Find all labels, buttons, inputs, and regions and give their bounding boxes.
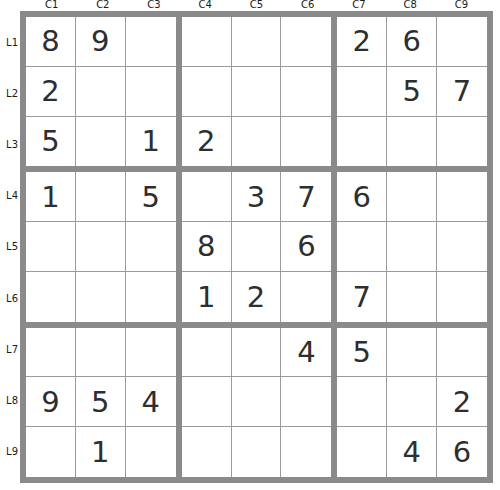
cell-L2C8[interactable]: 5 — [387, 67, 437, 117]
cell-L4C1[interactable]: 1 — [26, 172, 76, 222]
cell-L1C2[interactable]: 9 — [76, 17, 126, 67]
cell-L9C9[interactable]: 6 — [437, 427, 487, 477]
row-label-L6: L6 — [0, 273, 20, 324]
sudoku-board: 89251226571537861267954145246 — [20, 11, 493, 483]
cell-L6C3[interactable] — [126, 272, 176, 322]
cell-L7C5[interactable] — [232, 328, 282, 378]
cell-L8C6[interactable] — [281, 377, 331, 427]
cell-L3C1[interactable]: 5 — [26, 117, 76, 167]
sudoku-screen: C1C2C3C4C5C6C7C8C9 L1L2L3L4L5L6L7L8L9 89… — [0, 0, 500, 490]
cell-L2C6[interactable] — [281, 67, 331, 117]
cell-L8C7[interactable] — [337, 377, 387, 427]
cell-L5C9[interactable] — [437, 222, 487, 272]
col-label-C2: C2 — [77, 0, 128, 11]
cell-L4C8[interactable] — [387, 172, 437, 222]
cell-L3C3[interactable]: 1 — [126, 117, 176, 167]
cell-L2C1[interactable]: 2 — [26, 67, 76, 117]
cell-L6C6[interactable] — [281, 272, 331, 322]
cell-L7C3[interactable] — [126, 328, 176, 378]
cell-L6C5[interactable]: 2 — [232, 272, 282, 322]
cell-L7C1[interactable] — [26, 328, 76, 378]
row-label-L9: L9 — [0, 426, 20, 477]
cell-L9C3[interactable] — [126, 427, 176, 477]
cell-L6C2[interactable] — [76, 272, 126, 322]
col-label-C5: C5 — [231, 0, 282, 11]
cell-L5C5[interactable] — [232, 222, 282, 272]
cell-L7C8[interactable] — [387, 328, 437, 378]
cell-L9C8[interactable]: 4 — [387, 427, 437, 477]
cell-L4C4[interactable] — [182, 172, 232, 222]
row-label-L8: L8 — [0, 375, 20, 426]
cell-L3C5[interactable] — [232, 117, 282, 167]
cell-L8C8[interactable] — [387, 377, 437, 427]
cell-L6C8[interactable] — [387, 272, 437, 322]
cell-L7C4[interactable] — [182, 328, 232, 378]
cell-L6C7[interactable]: 7 — [337, 272, 387, 322]
cell-L4C9[interactable] — [437, 172, 487, 222]
cell-L7C7[interactable]: 5 — [337, 328, 387, 378]
cell-L5C3[interactable] — [126, 222, 176, 272]
cell-L9C7[interactable] — [337, 427, 387, 477]
cell-L1C8[interactable]: 6 — [387, 17, 437, 67]
cell-L6C9[interactable] — [437, 272, 487, 322]
cell-L2C2[interactable] — [76, 67, 126, 117]
cell-L1C6[interactable] — [281, 17, 331, 67]
row-labels: L1L2L3L4L5L6L7L8L9 — [0, 11, 20, 483]
cell-L2C9[interactable]: 7 — [437, 67, 487, 117]
cell-L5C6[interactable]: 6 — [281, 222, 331, 272]
row-label-L5: L5 — [0, 221, 20, 272]
box-8: 4 — [179, 325, 335, 480]
cell-L4C7[interactable]: 6 — [337, 172, 387, 222]
cell-L1C9[interactable] — [437, 17, 487, 67]
box-4: 15 — [23, 169, 179, 324]
box-9: 5246 — [334, 325, 490, 480]
cell-L1C4[interactable] — [182, 17, 232, 67]
cell-L4C3[interactable]: 5 — [126, 172, 176, 222]
cell-L5C2[interactable] — [76, 222, 126, 272]
col-label-C1: C1 — [26, 0, 77, 11]
cell-L3C2[interactable] — [76, 117, 126, 167]
cell-L1C7[interactable]: 2 — [337, 17, 387, 67]
cell-L6C1[interactable] — [26, 272, 76, 322]
box-6: 67 — [334, 169, 490, 324]
cell-L6C4[interactable]: 1 — [182, 272, 232, 322]
col-label-C3: C3 — [128, 0, 179, 11]
row-label-L4: L4 — [0, 170, 20, 221]
cell-L4C2[interactable] — [76, 172, 126, 222]
cell-L7C6[interactable]: 4 — [281, 328, 331, 378]
box-3: 2657 — [334, 14, 490, 169]
cell-L5C1[interactable] — [26, 222, 76, 272]
row-label-L3: L3 — [0, 119, 20, 170]
box-2: 2 — [179, 14, 335, 169]
cell-L5C4[interactable]: 8 — [182, 222, 232, 272]
cell-L2C4[interactable] — [182, 67, 232, 117]
col-label-C8: C8 — [385, 0, 436, 11]
col-label-C6: C6 — [282, 0, 333, 11]
cell-L8C4[interactable] — [182, 377, 232, 427]
cell-L4C5[interactable]: 3 — [232, 172, 282, 222]
cell-L3C6[interactable] — [281, 117, 331, 167]
col-label-C9: C9 — [436, 0, 487, 11]
cell-L7C2[interactable] — [76, 328, 126, 378]
row-label-L7: L7 — [0, 324, 20, 375]
cell-L9C5[interactable] — [232, 427, 282, 477]
cell-L3C4[interactable]: 2 — [182, 117, 232, 167]
cell-L3C7[interactable] — [337, 117, 387, 167]
box-1: 89251 — [23, 14, 179, 169]
cell-L2C5[interactable] — [232, 67, 282, 117]
cell-L4C6[interactable]: 7 — [281, 172, 331, 222]
box-5: 378612 — [179, 169, 335, 324]
cell-L5C8[interactable] — [387, 222, 437, 272]
cell-L2C3[interactable] — [126, 67, 176, 117]
col-label-C4: C4 — [180, 0, 231, 11]
col-label-C7: C7 — [333, 0, 384, 11]
cell-L9C6[interactable] — [281, 427, 331, 477]
cell-L1C3[interactable] — [126, 17, 176, 67]
cell-L7C9[interactable] — [437, 328, 487, 378]
cell-L1C1[interactable]: 8 — [26, 17, 76, 67]
cell-L2C7[interactable] — [337, 67, 387, 117]
cell-L8C9[interactable]: 2 — [437, 377, 487, 427]
cell-L8C1[interactable]: 9 — [26, 377, 76, 427]
cell-L9C2[interactable]: 1 — [76, 427, 126, 477]
row-label-L1: L1 — [0, 17, 20, 68]
cell-L9C1[interactable] — [26, 427, 76, 477]
column-labels: C1C2C3C4C5C6C7C8C9 — [20, 0, 493, 11]
cell-L1C5[interactable] — [232, 17, 282, 67]
cell-L8C2[interactable]: 5 — [76, 377, 126, 427]
cell-L8C3[interactable]: 4 — [126, 377, 176, 427]
box-7: 9541 — [23, 325, 179, 480]
cell-L3C9[interactable] — [437, 117, 487, 167]
cell-L5C7[interactable] — [337, 222, 387, 272]
row-label-L2: L2 — [0, 68, 20, 119]
cell-L8C5[interactable] — [232, 377, 282, 427]
cell-L3C8[interactable] — [387, 117, 437, 167]
cell-L9C4[interactable] — [182, 427, 232, 477]
